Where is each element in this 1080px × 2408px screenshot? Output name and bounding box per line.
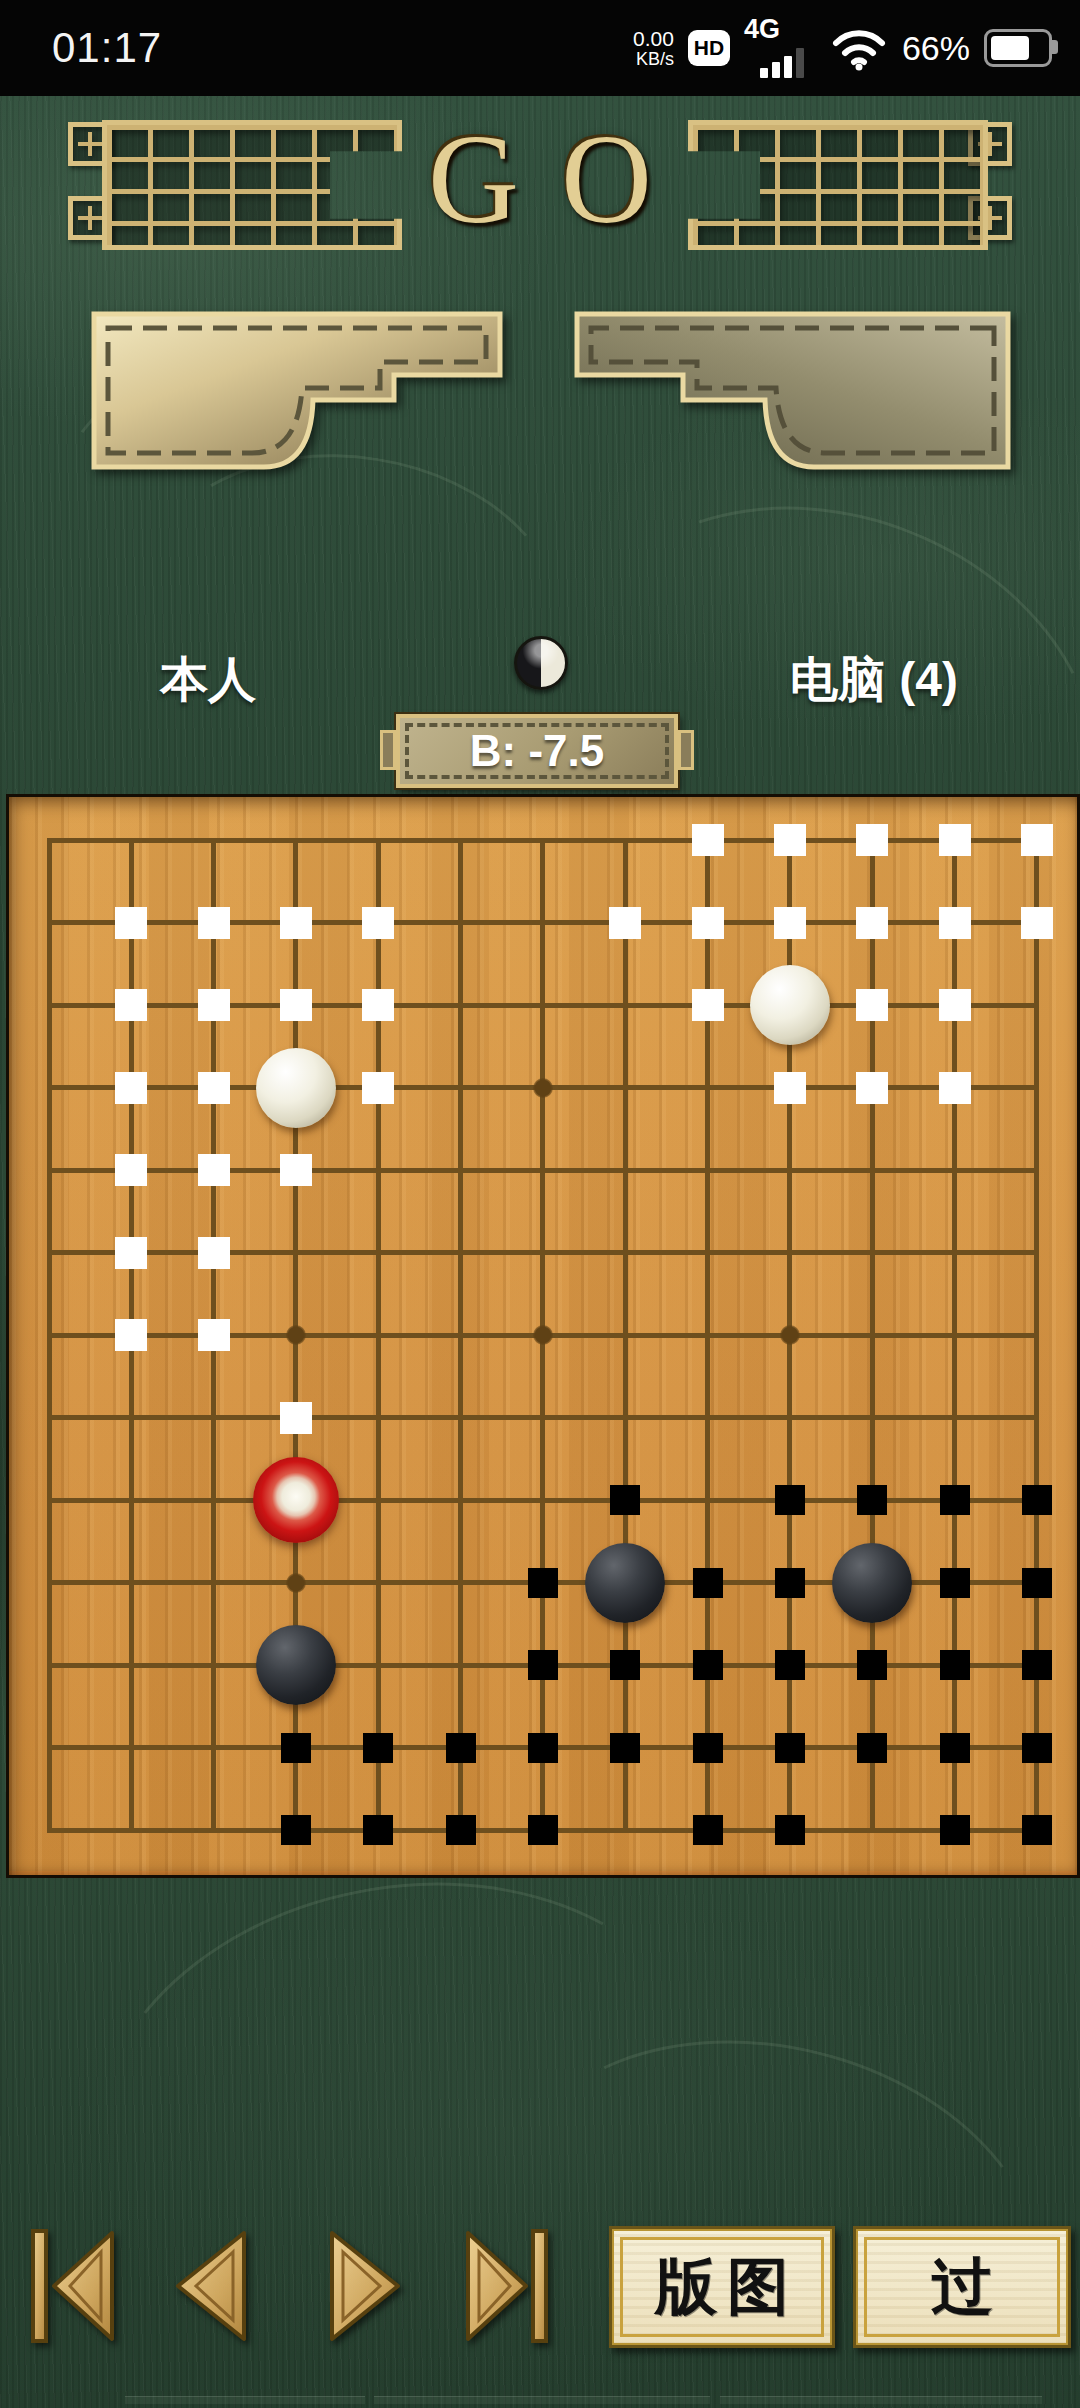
pass-button[interactable]: 过 [853,2226,1071,2348]
white-territory-mark [280,989,312,1021]
black-territory-mark [528,1568,558,1598]
clock: 01:17 [52,24,162,72]
black-territory-mark [775,1815,805,1845]
battery-fill [991,36,1029,60]
lattice-ornament-right [652,120,1012,252]
white-territory-mark [115,907,147,939]
network-speed: 0.00 KB/s [633,28,674,68]
white-territory-mark [198,1237,230,1269]
white-territory-mark [115,1237,147,1269]
white-territory-mark [280,1402,312,1434]
white-territory-mark [198,989,230,1021]
previous-move-button[interactable] [162,2226,252,2346]
grid-line-vertical [1034,838,1039,1833]
black-territory-mark [693,1815,723,1845]
player-name-white: 电脑 (4) [790,648,958,712]
white-territory-mark [939,907,971,939]
white-territory-mark [198,1154,230,1186]
app-screen: 01:17 0.00 KB/s HD 4G 66% [0,0,1080,2408]
black-territory-mark [940,1568,970,1598]
white-stone [256,1048,336,1128]
black-territory-mark [940,1815,970,1845]
player-plaque-left [90,310,512,478]
player-plaque-right [568,310,1012,478]
white-territory-mark [692,989,724,1021]
black-territory-mark [1022,1485,1052,1515]
black-territory-mark [610,1485,640,1515]
hoshi-point [533,1325,553,1345]
black-territory-mark [1022,1568,1052,1598]
black-territory-mark [1022,1815,1052,1845]
white-territory-mark [198,907,230,939]
white-territory-mark [939,989,971,1021]
last-move-button[interactable] [463,2226,551,2346]
black-territory-mark [610,1650,640,1680]
hoshi-point [286,1573,306,1593]
black-territory-mark [775,1733,805,1763]
black-territory-mark [528,1733,558,1763]
title-bar: GO [0,110,1080,260]
gesture-hint-segment [720,2396,1042,2404]
status-icons: 0.00 KB/s HD 4G 66% [633,0,1052,96]
go-board[interactable] [6,794,1080,1878]
white-territory-mark [362,989,394,1021]
black-territory-mark [693,1568,723,1598]
hd-badge-icon: HD [688,30,730,66]
black-territory-mark [940,1650,970,1680]
black-territory-mark [857,1485,887,1515]
white-territory-mark [115,1319,147,1351]
black-territory-mark [1022,1733,1052,1763]
turn-indicator-stone-icon [514,636,568,690]
white-territory-mark [939,824,971,856]
gesture-hint-segment [125,2396,365,2404]
black-territory-mark [940,1485,970,1515]
first-move-button[interactable] [28,2226,118,2346]
score-plaque: B: -7.5 [396,714,678,788]
white-territory-mark [774,1072,806,1104]
white-territory-mark [115,989,147,1021]
black-territory-mark [775,1650,805,1680]
pass-label: 过 [931,2245,993,2329]
white-territory-mark [692,824,724,856]
white-territory-mark [856,907,888,939]
black-territory-mark [857,1733,887,1763]
territory-map-button[interactable]: 版图 [609,2226,835,2348]
white-territory-mark [362,1072,394,1104]
white-territory-mark [362,907,394,939]
player-name-black: 本人 [160,648,256,712]
hoshi-point [780,1325,800,1345]
grid-line-horizontal [47,1415,1040,1420]
white-territory-mark [280,1154,312,1186]
grid-line-vertical [705,838,710,1833]
white-territory-mark [198,1319,230,1351]
battery-icon [984,29,1052,67]
gesture-hint-segment [374,2396,710,2404]
black-territory-mark [857,1650,887,1680]
white-territory-mark [856,989,888,1021]
black-territory-mark [528,1650,558,1680]
territory-map-label: 版图 [645,2245,799,2329]
white-territory-mark [280,907,312,939]
white-territory-mark [692,907,724,939]
white-stone [750,965,830,1045]
black-territory-mark [693,1733,723,1763]
white-territory-mark [609,907,641,939]
grid-line-vertical [952,838,957,1833]
white-territory-mark [1021,824,1053,856]
white-territory-mark [115,1072,147,1104]
cellular-signal-icon: 4G [744,18,816,78]
black-territory-mark [281,1815,311,1845]
grid-line-horizontal [47,1498,1040,1503]
controls-bar: 版图 过 [0,2226,1080,2356]
black-territory-mark [775,1485,805,1515]
grid-line-vertical [623,838,628,1833]
black-territory-mark [693,1650,723,1680]
white-territory-mark [198,1072,230,1104]
black-stone [832,1543,912,1623]
black-stone [585,1543,665,1623]
black-territory-mark [363,1733,393,1763]
white-territory-mark [856,824,888,856]
status-bar: 01:17 0.00 KB/s HD 4G 66% [0,0,1080,96]
white-territory-mark [856,1072,888,1104]
hoshi-point [533,1078,553,1098]
black-territory-mark [528,1815,558,1845]
black-territory-mark [940,1733,970,1763]
black-territory-mark [446,1815,476,1845]
grid-line-vertical [870,838,875,1833]
white-territory-mark [774,907,806,939]
battery-percent: 66% [902,29,970,68]
scoreboard: 本人 电脑 (4) B: -7.5 [0,310,1080,490]
white-territory-mark [774,824,806,856]
black-territory-mark [610,1733,640,1763]
white-stone-last-move [253,1457,339,1543]
black-territory-mark [363,1815,393,1845]
next-move-button[interactable] [327,2226,413,2346]
white-territory-mark [115,1154,147,1186]
wifi-icon [830,24,888,72]
white-territory-mark [939,1072,971,1104]
black-stone [256,1625,336,1705]
black-territory-mark [281,1733,311,1763]
black-territory-mark [446,1733,476,1763]
white-territory-mark [1021,907,1053,939]
score-estimate: B: -7.5 [470,726,604,776]
black-territory-mark [1022,1650,1052,1680]
black-territory-mark [775,1568,805,1598]
hoshi-point [286,1325,306,1345]
